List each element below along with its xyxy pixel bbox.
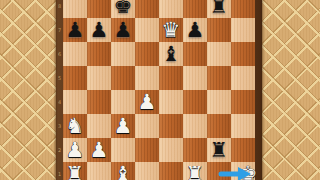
square-d4[interactable]: ♟ [135, 90, 159, 114]
rank-label-4: 4 [56, 99, 63, 105]
square-c2[interactable] [111, 138, 135, 162]
square-a3[interactable]: ♞ [63, 114, 87, 138]
chess-app-window: ♚♜♟♟♟♛♟♝♟♞♟♟♟♜♜♝♜♚ 87654321 [0, 0, 320, 180]
square-d2[interactable] [135, 138, 159, 162]
square-h8[interactable] [231, 0, 255, 18]
piece-white-king-h1[interactable]: ♚ [236, 162, 260, 180]
square-a1[interactable]: ♜ [63, 162, 87, 180]
square-e4[interactable] [159, 90, 183, 114]
rank-label-8: 8 [56, 3, 63, 9]
square-f4[interactable] [183, 90, 207, 114]
square-e8[interactable] [159, 0, 183, 18]
square-d7[interactable] [135, 18, 159, 42]
square-d1[interactable] [135, 162, 159, 180]
piece-black-rook-g2[interactable]: ♜ [207, 138, 231, 162]
piece-black-pawn-f7[interactable]: ♟ [183, 18, 207, 42]
square-f5[interactable] [183, 66, 207, 90]
rank-label-3: 3 [56, 123, 63, 129]
square-d3[interactable] [135, 114, 159, 138]
rank-label-5: 5 [56, 75, 63, 81]
square-e2[interactable] [159, 138, 183, 162]
square-a6[interactable] [63, 42, 87, 66]
square-f8[interactable] [183, 0, 207, 18]
piece-white-knight-a3[interactable]: ♞ [63, 114, 87, 138]
square-b1[interactable] [87, 162, 111, 180]
piece-black-pawn-b7[interactable]: ♟ [87, 18, 111, 42]
square-g2[interactable]: ♜ [207, 138, 231, 162]
square-h3[interactable] [231, 114, 255, 138]
square-d5[interactable] [135, 66, 159, 90]
square-f3[interactable] [183, 114, 207, 138]
square-f6[interactable] [183, 42, 207, 66]
square-d8[interactable] [135, 0, 159, 18]
square-g6[interactable] [207, 42, 231, 66]
square-g7[interactable] [207, 18, 231, 42]
square-b4[interactable] [87, 90, 111, 114]
square-b2[interactable]: ♟ [87, 138, 111, 162]
piece-black-king-c8[interactable]: ♚ [111, 0, 135, 18]
rank-label-6: 6 [56, 51, 63, 57]
square-f2[interactable] [183, 138, 207, 162]
piece-black-pawn-a7[interactable]: ♟ [63, 18, 87, 42]
square-h7[interactable] [231, 18, 255, 42]
piece-white-bishop-c1[interactable]: ♝ [111, 162, 135, 180]
piece-white-pawn-b2[interactable]: ♟ [87, 138, 111, 162]
square-c7[interactable]: ♟ [111, 18, 135, 42]
square-b3[interactable] [87, 114, 111, 138]
square-b8[interactable] [87, 0, 111, 18]
square-h4[interactable] [231, 90, 255, 114]
piece-black-bishop-e6[interactable]: ♝ [159, 42, 183, 66]
square-b5[interactable] [87, 66, 111, 90]
piece-white-queen-e7[interactable]: ♛ [159, 18, 183, 42]
square-e1[interactable] [159, 162, 183, 180]
square-e6[interactable]: ♝ [159, 42, 183, 66]
piece-white-pawn-a2[interactable]: ♟ [63, 138, 87, 162]
piece-white-pawn-d4[interactable]: ♟ [135, 90, 159, 114]
chess-board[interactable]: ♚♜♟♟♟♛♟♝♟♞♟♟♟♜♜♝♜♚ [63, 0, 255, 180]
square-c5[interactable] [111, 66, 135, 90]
square-h2[interactable] [231, 138, 255, 162]
square-g8[interactable]: ♜ [207, 0, 231, 18]
square-a4[interactable] [63, 90, 87, 114]
rank-label-2: 2 [56, 147, 63, 153]
piece-white-pawn-c3[interactable]: ♟ [111, 114, 135, 138]
piece-black-rook-g8[interactable]: ♜ [207, 0, 231, 18]
square-h5[interactable] [231, 66, 255, 90]
square-b6[interactable] [87, 42, 111, 66]
square-a5[interactable] [63, 66, 87, 90]
piece-black-pawn-c7[interactable]: ♟ [111, 18, 135, 42]
square-e7[interactable]: ♛ [159, 18, 183, 42]
square-g1[interactable] [207, 162, 231, 180]
square-b7[interactable]: ♟ [87, 18, 111, 42]
square-c4[interactable] [111, 90, 135, 114]
square-a7[interactable]: ♟ [63, 18, 87, 42]
square-c8[interactable]: ♚ [111, 0, 135, 18]
square-h1[interactable]: ♚ [231, 162, 255, 180]
square-e5[interactable] [159, 66, 183, 90]
square-c3[interactable]: ♟ [111, 114, 135, 138]
square-g3[interactable] [207, 114, 231, 138]
square-g4[interactable] [207, 90, 231, 114]
rank-label-1: 1 [56, 171, 63, 177]
square-c1[interactable]: ♝ [111, 162, 135, 180]
square-a8[interactable] [63, 0, 87, 18]
square-a2[interactable]: ♟ [63, 138, 87, 162]
piece-white-rook-f1[interactable]: ♜ [183, 162, 207, 180]
square-h6[interactable] [231, 42, 255, 66]
square-d6[interactable] [135, 42, 159, 66]
rank-label-7: 7 [56, 27, 63, 33]
square-c6[interactable] [111, 42, 135, 66]
piece-white-rook-a1[interactable]: ♜ [63, 162, 87, 180]
square-f1[interactable]: ♜ [183, 162, 207, 180]
square-g5[interactable] [207, 66, 231, 90]
square-f7[interactable]: ♟ [183, 18, 207, 42]
square-e3[interactable] [159, 114, 183, 138]
